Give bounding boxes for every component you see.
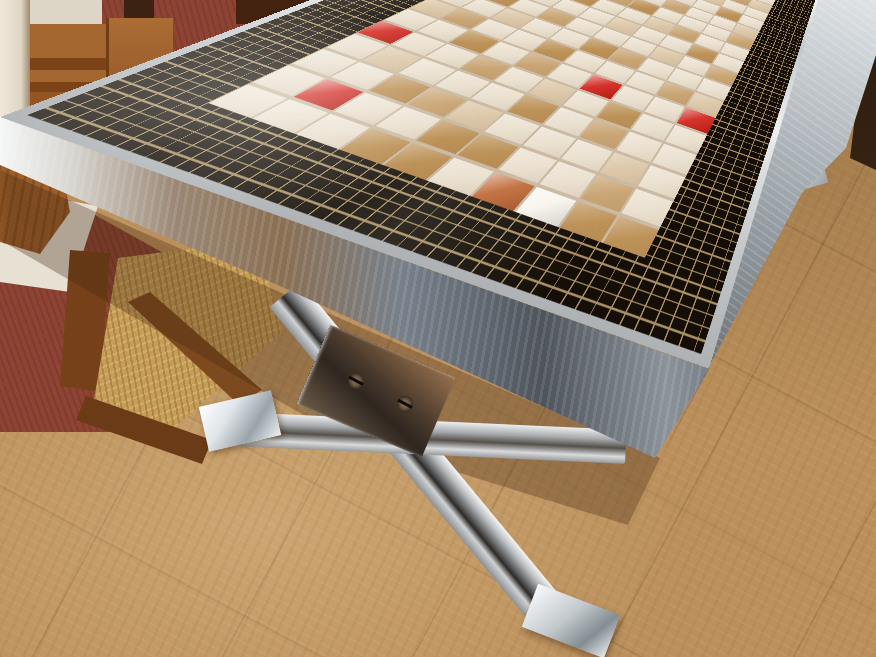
screw-icon — [397, 396, 413, 412]
mantel-edge — [30, 0, 102, 26]
screw-icon — [348, 373, 364, 389]
cream-pillar — [0, 0, 30, 124]
photo-scene — [0, 0, 876, 657]
